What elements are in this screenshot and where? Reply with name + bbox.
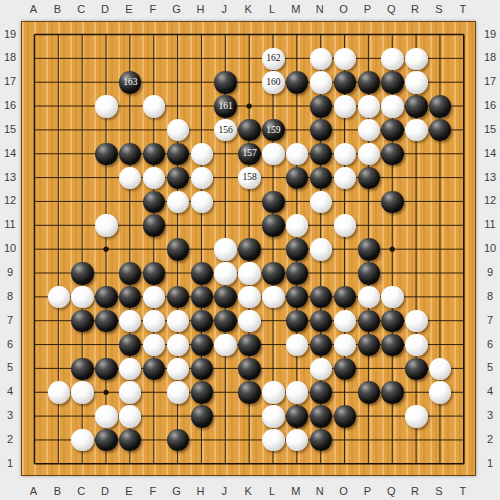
intersection-A2[interactable]	[23, 428, 47, 452]
intersection-C1[interactable]	[71, 452, 95, 476]
intersection-E3[interactable]	[118, 405, 142, 429]
intersection-H16[interactable]	[190, 95, 214, 119]
intersection-E5[interactable]	[118, 357, 142, 381]
intersection-H18[interactable]	[190, 47, 214, 71]
intersection-L10[interactable]	[261, 238, 285, 262]
intersection-F3[interactable]	[142, 405, 166, 429]
intersection-J16[interactable]: 161	[214, 95, 238, 119]
intersection-D2[interactable]	[95, 428, 119, 452]
intersection-C16[interactable]	[71, 95, 95, 119]
intersection-C17[interactable]	[71, 71, 95, 95]
intersection-Q7[interactable]	[381, 309, 405, 333]
intersection-P19[interactable]	[357, 23, 381, 47]
intersection-B3[interactable]	[47, 405, 71, 429]
intersection-P4[interactable]	[357, 381, 381, 405]
intersection-D16[interactable]	[95, 95, 119, 119]
intersection-J7[interactable]	[214, 309, 238, 333]
intersection-G3[interactable]	[166, 405, 190, 429]
intersection-H8[interactable]	[190, 285, 214, 309]
intersection-M9[interactable]	[285, 261, 309, 285]
intersection-E7[interactable]	[118, 309, 142, 333]
intersection-R2[interactable]	[405, 428, 429, 452]
intersection-K17[interactable]	[238, 71, 262, 95]
intersection-T6[interactable]	[452, 333, 476, 357]
intersection-M2[interactable]	[285, 428, 309, 452]
intersection-K6[interactable]	[238, 333, 262, 357]
intersection-E16[interactable]	[118, 95, 142, 119]
intersection-Q17[interactable]	[381, 71, 405, 95]
intersection-R3[interactable]	[405, 405, 429, 429]
intersection-R5[interactable]	[405, 357, 429, 381]
intersection-N11[interactable]	[309, 214, 333, 238]
intersection-E9[interactable]	[118, 261, 142, 285]
intersection-L1[interactable]	[261, 452, 285, 476]
intersection-S8[interactable]	[428, 285, 452, 309]
intersection-L12[interactable]	[261, 190, 285, 214]
intersection-C3[interactable]	[71, 405, 95, 429]
intersection-C11[interactable]	[71, 214, 95, 238]
intersection-D3[interactable]	[95, 405, 119, 429]
intersection-T2[interactable]	[452, 428, 476, 452]
intersection-F19[interactable]	[142, 23, 166, 47]
intersection-R9[interactable]	[405, 261, 429, 285]
intersection-M6[interactable]	[285, 333, 309, 357]
intersection-D19[interactable]	[95, 23, 119, 47]
intersection-C7[interactable]	[71, 309, 95, 333]
intersection-A12[interactable]	[23, 190, 47, 214]
intersection-O12[interactable]	[333, 190, 357, 214]
intersection-N5[interactable]	[309, 357, 333, 381]
intersection-B10[interactable]	[47, 238, 71, 262]
intersection-O3[interactable]	[333, 405, 357, 429]
intersection-N17[interactable]	[309, 71, 333, 95]
intersection-R8[interactable]	[405, 285, 429, 309]
intersection-B17[interactable]	[47, 71, 71, 95]
intersection-A8[interactable]	[23, 285, 47, 309]
intersection-F10[interactable]	[142, 238, 166, 262]
intersection-E6[interactable]	[118, 333, 142, 357]
intersection-O7[interactable]	[333, 309, 357, 333]
intersection-P12[interactable]	[357, 190, 381, 214]
intersection-N7[interactable]	[309, 309, 333, 333]
intersection-K1[interactable]	[238, 452, 262, 476]
intersection-N3[interactable]	[309, 405, 333, 429]
intersection-A4[interactable]	[23, 381, 47, 405]
intersection-N10[interactable]	[309, 238, 333, 262]
intersection-P7[interactable]	[357, 309, 381, 333]
intersection-N13[interactable]	[309, 166, 333, 190]
intersection-Q12[interactable]	[381, 190, 405, 214]
intersection-K13[interactable]: 158	[238, 166, 262, 190]
intersection-G17[interactable]	[166, 71, 190, 95]
intersection-O11[interactable]	[333, 214, 357, 238]
intersection-M3[interactable]	[285, 405, 309, 429]
intersection-O17[interactable]	[333, 71, 357, 95]
intersection-F14[interactable]	[142, 142, 166, 166]
intersection-T17[interactable]	[452, 71, 476, 95]
intersection-B2[interactable]	[47, 428, 71, 452]
intersection-S1[interactable]	[428, 452, 452, 476]
intersection-R19[interactable]	[405, 23, 429, 47]
intersection-R15[interactable]	[405, 118, 429, 142]
intersection-R14[interactable]	[405, 142, 429, 166]
intersection-H3[interactable]	[190, 405, 214, 429]
intersection-R10[interactable]	[405, 238, 429, 262]
intersection-J6[interactable]	[214, 333, 238, 357]
intersection-R1[interactable]	[405, 452, 429, 476]
intersection-M18[interactable]	[285, 47, 309, 71]
intersection-G1[interactable]	[166, 452, 190, 476]
intersection-G8[interactable]	[166, 285, 190, 309]
intersection-S19[interactable]	[428, 23, 452, 47]
intersection-M11[interactable]	[285, 214, 309, 238]
intersection-K18[interactable]	[238, 47, 262, 71]
intersection-K7[interactable]	[238, 309, 262, 333]
intersection-Q16[interactable]	[381, 95, 405, 119]
intersection-A10[interactable]	[23, 238, 47, 262]
intersection-D5[interactable]	[95, 357, 119, 381]
intersection-Q6[interactable]	[381, 333, 405, 357]
intersection-T19[interactable]	[452, 23, 476, 47]
intersection-J15[interactable]: 156	[214, 118, 238, 142]
intersection-T12[interactable]	[452, 190, 476, 214]
intersection-N1[interactable]	[309, 452, 333, 476]
intersection-G4[interactable]	[166, 381, 190, 405]
intersection-R11[interactable]	[405, 214, 429, 238]
intersection-J11[interactable]	[214, 214, 238, 238]
intersection-F15[interactable]	[142, 118, 166, 142]
intersection-H10[interactable]	[190, 238, 214, 262]
intersection-B14[interactable]	[47, 142, 71, 166]
intersection-J14[interactable]	[214, 142, 238, 166]
intersection-Q18[interactable]	[381, 47, 405, 71]
intersection-P6[interactable]	[357, 333, 381, 357]
intersection-H1[interactable]	[190, 452, 214, 476]
intersection-D18[interactable]	[95, 47, 119, 71]
intersection-M12[interactable]	[285, 190, 309, 214]
intersection-L19[interactable]	[261, 23, 285, 47]
intersection-O14[interactable]	[333, 142, 357, 166]
intersection-T5[interactable]	[452, 357, 476, 381]
intersection-S18[interactable]	[428, 47, 452, 71]
intersection-D4[interactable]	[95, 381, 119, 405]
intersection-A1[interactable]	[23, 452, 47, 476]
intersection-H14[interactable]	[190, 142, 214, 166]
intersection-G15[interactable]	[166, 118, 190, 142]
intersection-K10[interactable]	[238, 238, 262, 262]
intersection-Q2[interactable]	[381, 428, 405, 452]
intersection-P9[interactable]	[357, 261, 381, 285]
intersection-E1[interactable]	[118, 452, 142, 476]
intersection-H7[interactable]	[190, 309, 214, 333]
intersection-B9[interactable]	[47, 261, 71, 285]
intersection-P16[interactable]	[357, 95, 381, 119]
intersection-B18[interactable]	[47, 47, 71, 71]
intersection-A13[interactable]	[23, 166, 47, 190]
intersection-D7[interactable]	[95, 309, 119, 333]
intersection-D8[interactable]	[95, 285, 119, 309]
intersection-F16[interactable]	[142, 95, 166, 119]
intersection-O19[interactable]	[333, 23, 357, 47]
intersection-J4[interactable]	[214, 381, 238, 405]
intersection-D10[interactable]	[95, 238, 119, 262]
intersection-P18[interactable]	[357, 47, 381, 71]
intersection-C5[interactable]	[71, 357, 95, 381]
intersection-Q8[interactable]	[381, 285, 405, 309]
intersection-J12[interactable]	[214, 190, 238, 214]
intersection-K5[interactable]	[238, 357, 262, 381]
intersection-B4[interactable]	[47, 381, 71, 405]
intersection-E10[interactable]	[118, 238, 142, 262]
intersection-E15[interactable]	[118, 118, 142, 142]
intersection-L15[interactable]: 159	[261, 118, 285, 142]
intersection-P11[interactable]	[357, 214, 381, 238]
intersection-Q4[interactable]	[381, 381, 405, 405]
intersection-P8[interactable]	[357, 285, 381, 309]
intersection-K3[interactable]	[238, 405, 262, 429]
intersection-D11[interactable]	[95, 214, 119, 238]
intersection-S11[interactable]	[428, 214, 452, 238]
intersection-F9[interactable]	[142, 261, 166, 285]
intersection-T1[interactable]	[452, 452, 476, 476]
intersection-E19[interactable]	[118, 23, 142, 47]
intersection-D6[interactable]	[95, 333, 119, 357]
intersection-A18[interactable]	[23, 47, 47, 71]
intersection-F5[interactable]	[142, 357, 166, 381]
intersection-H13[interactable]	[190, 166, 214, 190]
intersection-L3[interactable]	[261, 405, 285, 429]
intersection-R13[interactable]	[405, 166, 429, 190]
intersection-E4[interactable]	[118, 381, 142, 405]
intersection-K12[interactable]	[238, 190, 262, 214]
intersection-L18[interactable]: 162	[261, 47, 285, 71]
intersection-G18[interactable]	[166, 47, 190, 71]
intersection-T16[interactable]	[452, 95, 476, 119]
intersection-T18[interactable]	[452, 47, 476, 71]
intersection-N14[interactable]	[309, 142, 333, 166]
intersection-N4[interactable]	[309, 381, 333, 405]
intersection-J3[interactable]	[214, 405, 238, 429]
intersection-S15[interactable]	[428, 118, 452, 142]
intersection-K4[interactable]	[238, 381, 262, 405]
intersection-P5[interactable]	[357, 357, 381, 381]
intersection-M7[interactable]	[285, 309, 309, 333]
intersection-A15[interactable]	[23, 118, 47, 142]
intersection-C15[interactable]	[71, 118, 95, 142]
intersection-S10[interactable]	[428, 238, 452, 262]
intersection-Q5[interactable]	[381, 357, 405, 381]
intersection-O6[interactable]	[333, 333, 357, 357]
intersection-N6[interactable]	[309, 333, 333, 357]
intersection-C18[interactable]	[71, 47, 95, 71]
intersection-S7[interactable]	[428, 309, 452, 333]
intersection-F18[interactable]	[142, 47, 166, 71]
intersection-O2[interactable]	[333, 428, 357, 452]
intersection-B16[interactable]	[47, 95, 71, 119]
intersection-H15[interactable]	[190, 118, 214, 142]
intersection-O8[interactable]	[333, 285, 357, 309]
intersection-P10[interactable]	[357, 238, 381, 262]
intersection-G13[interactable]	[166, 166, 190, 190]
intersection-Q14[interactable]	[381, 142, 405, 166]
intersection-R17[interactable]	[405, 71, 429, 95]
intersection-L2[interactable]	[261, 428, 285, 452]
intersection-A19[interactable]	[23, 23, 47, 47]
intersection-T3[interactable]	[452, 405, 476, 429]
intersection-C6[interactable]	[71, 333, 95, 357]
intersection-K9[interactable]	[238, 261, 262, 285]
intersection-B5[interactable]	[47, 357, 71, 381]
intersection-E2[interactable]	[118, 428, 142, 452]
intersection-M4[interactable]	[285, 381, 309, 405]
intersection-A9[interactable]	[23, 261, 47, 285]
intersection-L17[interactable]: 160	[261, 71, 285, 95]
intersection-F12[interactable]	[142, 190, 166, 214]
intersection-H11[interactable]	[190, 214, 214, 238]
intersection-H12[interactable]	[190, 190, 214, 214]
intersection-O16[interactable]	[333, 95, 357, 119]
intersection-C8[interactable]	[71, 285, 95, 309]
intersection-H19[interactable]	[190, 23, 214, 47]
intersection-H17[interactable]	[190, 71, 214, 95]
intersection-B1[interactable]	[47, 452, 71, 476]
intersection-S16[interactable]	[428, 95, 452, 119]
intersection-Q1[interactable]	[381, 452, 405, 476]
intersection-J13[interactable]	[214, 166, 238, 190]
intersection-R4[interactable]	[405, 381, 429, 405]
intersection-M14[interactable]	[285, 142, 309, 166]
intersection-A3[interactable]	[23, 405, 47, 429]
intersection-B11[interactable]	[47, 214, 71, 238]
intersection-N16[interactable]	[309, 95, 333, 119]
intersection-F11[interactable]	[142, 214, 166, 238]
intersection-H9[interactable]	[190, 261, 214, 285]
intersection-E11[interactable]	[118, 214, 142, 238]
intersection-H5[interactable]	[190, 357, 214, 381]
intersection-K2[interactable]	[238, 428, 262, 452]
intersection-B13[interactable]	[47, 166, 71, 190]
intersection-O5[interactable]	[333, 357, 357, 381]
intersection-F13[interactable]	[142, 166, 166, 190]
intersection-C2[interactable]	[71, 428, 95, 452]
intersection-K8[interactable]	[238, 285, 262, 309]
intersection-K15[interactable]	[238, 118, 262, 142]
intersection-C14[interactable]	[71, 142, 95, 166]
intersection-K16[interactable]	[238, 95, 262, 119]
intersection-S14[interactable]	[428, 142, 452, 166]
intersection-A14[interactable]	[23, 142, 47, 166]
intersection-A11[interactable]	[23, 214, 47, 238]
intersection-S3[interactable]	[428, 405, 452, 429]
intersection-H4[interactable]	[190, 381, 214, 405]
intersection-A16[interactable]	[23, 95, 47, 119]
intersection-D12[interactable]	[95, 190, 119, 214]
intersection-C10[interactable]	[71, 238, 95, 262]
intersection-L11[interactable]	[261, 214, 285, 238]
intersection-J18[interactable]	[214, 47, 238, 71]
intersection-G5[interactable]	[166, 357, 190, 381]
intersection-T7[interactable]	[452, 309, 476, 333]
intersection-R6[interactable]	[405, 333, 429, 357]
intersection-B19[interactable]	[47, 23, 71, 47]
intersection-Q3[interactable]	[381, 405, 405, 429]
intersection-R16[interactable]	[405, 95, 429, 119]
intersection-F7[interactable]	[142, 309, 166, 333]
intersection-M8[interactable]	[285, 285, 309, 309]
intersection-C13[interactable]	[71, 166, 95, 190]
intersection-J5[interactable]	[214, 357, 238, 381]
intersection-G2[interactable]	[166, 428, 190, 452]
intersection-O4[interactable]	[333, 381, 357, 405]
intersection-A6[interactable]	[23, 333, 47, 357]
intersection-O13[interactable]	[333, 166, 357, 190]
intersection-L6[interactable]	[261, 333, 285, 357]
intersection-M5[interactable]	[285, 357, 309, 381]
intersection-G12[interactable]	[166, 190, 190, 214]
intersection-D1[interactable]	[95, 452, 119, 476]
intersection-Q19[interactable]	[381, 23, 405, 47]
intersection-L13[interactable]	[261, 166, 285, 190]
intersection-N19[interactable]	[309, 23, 333, 47]
intersection-S17[interactable]	[428, 71, 452, 95]
intersection-E17[interactable]: 163	[118, 71, 142, 95]
intersection-M13[interactable]	[285, 166, 309, 190]
intersection-L14[interactable]	[261, 142, 285, 166]
intersection-B8[interactable]	[47, 285, 71, 309]
intersection-T14[interactable]	[452, 142, 476, 166]
intersection-C12[interactable]	[71, 190, 95, 214]
intersection-Q9[interactable]	[381, 261, 405, 285]
intersection-Q15[interactable]	[381, 118, 405, 142]
intersection-P3[interactable]	[357, 405, 381, 429]
intersection-J9[interactable]	[214, 261, 238, 285]
intersection-N8[interactable]	[309, 285, 333, 309]
intersection-R18[interactable]	[405, 47, 429, 71]
intersection-P13[interactable]	[357, 166, 381, 190]
intersection-L7[interactable]	[261, 309, 285, 333]
intersection-J1[interactable]	[214, 452, 238, 476]
intersection-S13[interactable]	[428, 166, 452, 190]
intersection-T11[interactable]	[452, 214, 476, 238]
intersection-L4[interactable]	[261, 381, 285, 405]
intersection-F1[interactable]	[142, 452, 166, 476]
intersection-S9[interactable]	[428, 261, 452, 285]
intersection-N15[interactable]	[309, 118, 333, 142]
intersection-D9[interactable]	[95, 261, 119, 285]
intersection-P17[interactable]	[357, 71, 381, 95]
intersection-E12[interactable]	[118, 190, 142, 214]
intersection-P15[interactable]	[357, 118, 381, 142]
intersection-S6[interactable]	[428, 333, 452, 357]
intersection-O15[interactable]	[333, 118, 357, 142]
intersection-L9[interactable]	[261, 261, 285, 285]
intersection-M10[interactable]	[285, 238, 309, 262]
intersection-S4[interactable]	[428, 381, 452, 405]
intersection-L8[interactable]	[261, 285, 285, 309]
intersection-G6[interactable]	[166, 333, 190, 357]
intersection-P1[interactable]	[357, 452, 381, 476]
intersection-N18[interactable]	[309, 47, 333, 71]
intersection-A7[interactable]	[23, 309, 47, 333]
intersection-M1[interactable]	[285, 452, 309, 476]
intersection-E8[interactable]	[118, 285, 142, 309]
intersection-R7[interactable]	[405, 309, 429, 333]
intersection-L5[interactable]	[261, 357, 285, 381]
intersection-T10[interactable]	[452, 238, 476, 262]
intersection-T13[interactable]	[452, 166, 476, 190]
intersection-C9[interactable]	[71, 261, 95, 285]
intersection-B12[interactable]	[47, 190, 71, 214]
